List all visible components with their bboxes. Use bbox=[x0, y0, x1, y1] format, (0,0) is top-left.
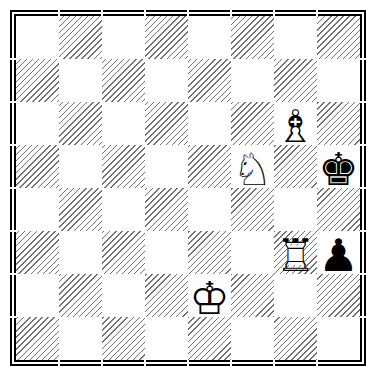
square-d4[interactable] bbox=[145, 188, 188, 231]
frame-tick bbox=[360, 101, 366, 103]
chess-diagram: ♝♗♞♘♚♜♖♟♚♔ bbox=[10, 10, 366, 366]
frame-tick bbox=[10, 101, 16, 103]
piece-glyph: ♟ bbox=[318, 231, 358, 274]
square-b2[interactable] bbox=[59, 274, 102, 317]
square-f2[interactable] bbox=[231, 274, 274, 317]
square-d6[interactable] bbox=[145, 102, 188, 145]
frame-tick bbox=[58, 10, 60, 16]
square-a1[interactable] bbox=[16, 317, 59, 360]
piece-black-pawn-h3[interactable]: ♟ bbox=[318, 233, 358, 274]
chess-board: ♝♗♞♘♚♜♖♟♚♔ bbox=[16, 16, 360, 360]
piece-glyph: ♗ bbox=[275, 102, 315, 145]
frame-tick bbox=[230, 360, 232, 366]
piece-white-king-e2[interactable]: ♚♔ bbox=[189, 276, 229, 317]
square-b4[interactable] bbox=[59, 188, 102, 231]
square-f4[interactable] bbox=[231, 188, 274, 231]
square-b1[interactable] bbox=[59, 317, 102, 360]
frame-tick bbox=[144, 360, 146, 366]
square-g5[interactable] bbox=[274, 145, 317, 188]
frame-tick bbox=[10, 273, 16, 275]
frame-tick bbox=[10, 316, 16, 318]
frame-tick bbox=[187, 10, 189, 16]
square-a3[interactable] bbox=[16, 231, 59, 274]
square-c3[interactable] bbox=[102, 231, 145, 274]
square-e4[interactable] bbox=[188, 188, 231, 231]
square-a4[interactable] bbox=[16, 188, 59, 231]
square-h7[interactable] bbox=[317, 59, 360, 102]
frame-tick bbox=[10, 144, 16, 146]
frame-tick bbox=[187, 360, 189, 366]
frame-tick bbox=[360, 230, 366, 232]
square-f8[interactable] bbox=[231, 16, 274, 59]
frame-tick bbox=[101, 10, 103, 16]
square-d1[interactable] bbox=[145, 317, 188, 360]
square-g8[interactable] bbox=[274, 16, 317, 59]
square-b8[interactable] bbox=[59, 16, 102, 59]
piece-white-knight-f5[interactable]: ♞♘ bbox=[232, 147, 272, 188]
frame-tick bbox=[360, 273, 366, 275]
square-h3[interactable]: ♟ bbox=[317, 231, 360, 274]
square-c1[interactable] bbox=[102, 317, 145, 360]
square-e6[interactable] bbox=[188, 102, 231, 145]
square-e7[interactable] bbox=[188, 59, 231, 102]
piece-white-bishop-g6[interactable]: ♝♗ bbox=[275, 104, 315, 145]
square-h8[interactable] bbox=[317, 16, 360, 59]
square-g2[interactable] bbox=[274, 274, 317, 317]
frame-tick bbox=[101, 360, 103, 366]
frame-tick bbox=[360, 187, 366, 189]
piece-black-king-h5[interactable]: ♚ bbox=[318, 147, 358, 188]
square-a7[interactable] bbox=[16, 59, 59, 102]
square-d2[interactable] bbox=[145, 274, 188, 317]
frame-tick bbox=[58, 360, 60, 366]
square-f5[interactable]: ♞♘ bbox=[231, 145, 274, 188]
square-c2[interactable] bbox=[102, 274, 145, 317]
square-g4[interactable] bbox=[274, 188, 317, 231]
frame-tick bbox=[10, 187, 16, 189]
square-c6[interactable] bbox=[102, 102, 145, 145]
square-c4[interactable] bbox=[102, 188, 145, 231]
square-h5[interactable]: ♚ bbox=[317, 145, 360, 188]
frame-tick bbox=[10, 230, 16, 232]
frame-tick bbox=[360, 58, 366, 60]
frame-tick bbox=[360, 144, 366, 146]
square-g1[interactable] bbox=[274, 317, 317, 360]
square-d7[interactable] bbox=[145, 59, 188, 102]
piece-glyph: ♖ bbox=[275, 231, 315, 274]
square-h6[interactable] bbox=[317, 102, 360, 145]
square-d5[interactable] bbox=[145, 145, 188, 188]
square-d3[interactable] bbox=[145, 231, 188, 274]
frame-tick bbox=[360, 316, 366, 318]
square-c5[interactable] bbox=[102, 145, 145, 188]
square-e2[interactable]: ♚♔ bbox=[188, 274, 231, 317]
square-f6[interactable] bbox=[231, 102, 274, 145]
square-d8[interactable] bbox=[145, 16, 188, 59]
square-h2[interactable] bbox=[317, 274, 360, 317]
piece-glyph: ♔ bbox=[189, 274, 229, 317]
frame-tick bbox=[230, 10, 232, 16]
square-a8[interactable] bbox=[16, 16, 59, 59]
square-g3[interactable]: ♜♖ bbox=[274, 231, 317, 274]
square-g6[interactable]: ♝♗ bbox=[274, 102, 317, 145]
frame-tick bbox=[316, 10, 318, 16]
square-e8[interactable] bbox=[188, 16, 231, 59]
square-f1[interactable] bbox=[231, 317, 274, 360]
frame-tick bbox=[10, 58, 16, 60]
piece-glyph: ♘ bbox=[232, 145, 272, 188]
square-e3[interactable] bbox=[188, 231, 231, 274]
piece-glyph: ♚ bbox=[318, 145, 358, 188]
frame-tick bbox=[273, 10, 275, 16]
square-f3[interactable] bbox=[231, 231, 274, 274]
square-e1[interactable] bbox=[188, 317, 231, 360]
square-e5[interactable] bbox=[188, 145, 231, 188]
square-h4[interactable] bbox=[317, 188, 360, 231]
frame-tick bbox=[144, 10, 146, 16]
piece-white-rook-g3[interactable]: ♜♖ bbox=[275, 233, 315, 274]
square-f7[interactable] bbox=[231, 59, 274, 102]
square-b7[interactable] bbox=[59, 59, 102, 102]
frame-tick bbox=[273, 360, 275, 366]
square-b6[interactable] bbox=[59, 102, 102, 145]
square-h1[interactable] bbox=[317, 317, 360, 360]
frame-tick bbox=[316, 360, 318, 366]
square-a6[interactable] bbox=[16, 102, 59, 145]
square-a5[interactable] bbox=[16, 145, 59, 188]
page: { "game": "chess", "board": { "files": [… bbox=[0, 0, 379, 378]
square-c7[interactable] bbox=[102, 59, 145, 102]
square-b5[interactable] bbox=[59, 145, 102, 188]
square-c8[interactable] bbox=[102, 16, 145, 59]
square-b3[interactable] bbox=[59, 231, 102, 274]
square-a2[interactable] bbox=[16, 274, 59, 317]
square-g7[interactable] bbox=[274, 59, 317, 102]
